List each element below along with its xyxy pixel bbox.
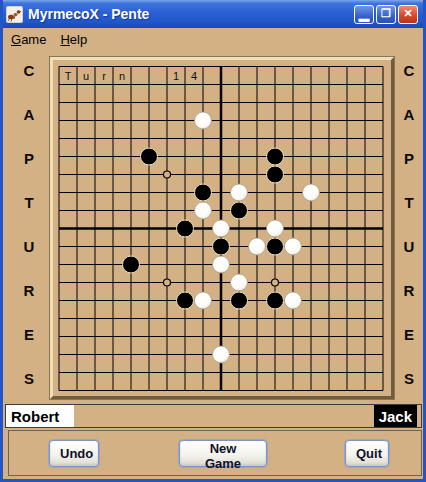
stone-white[interactable] [213,256,230,273]
quit-button[interactable]: Quit [345,440,389,467]
button-panel: Undo New Game Quit [8,430,422,476]
stone-white[interactable] [195,202,212,219]
capture-letter: C [21,62,37,79]
stone-white[interactable] [195,112,212,129]
stone-black[interactable] [195,184,212,201]
capture-letter: S [21,370,37,387]
stone-white[interactable] [231,184,248,201]
title-bar[interactable]: MyrmecoX - Pente ▬ ❐ ✕ [0,0,426,28]
capture-letter: A [21,106,37,123]
new-game-button[interactable]: New Game [179,440,267,467]
capture-letter: T [401,194,417,211]
close-button[interactable]: ✕ [398,5,418,24]
turn-label-char: r [102,70,106,82]
stone-black[interactable] [267,238,284,255]
stone-white[interactable] [303,184,320,201]
menu-item-game[interactable]: Game [5,30,52,49]
stone-white[interactable] [267,220,284,237]
stone-white[interactable] [285,292,302,309]
stone-white[interactable] [231,274,248,291]
capture-letter: U [21,238,37,255]
capture-letter: R [21,282,37,299]
minimize-button[interactable]: ▬ [354,5,374,24]
capture-letter: A [401,106,417,123]
stone-black[interactable] [141,148,158,165]
stone-black[interactable] [213,238,230,255]
stone-black[interactable] [123,256,140,273]
stone-black[interactable] [267,166,284,183]
capture-letter: S [401,370,417,387]
stone-black[interactable] [267,148,284,165]
star-point-marker [164,279,171,286]
window-title: MyrmecoX - Pente [28,6,354,22]
stone-white[interactable] [213,346,230,363]
capture-letter: T [21,194,37,211]
player-name-row: Robert Jack [5,404,422,428]
menu-item-help[interactable]: Help [54,30,93,49]
capture-letter: E [401,326,417,343]
stone-black[interactable] [177,292,194,309]
app-icon [6,6,23,23]
stone-black[interactable] [231,292,248,309]
stone-black[interactable] [177,220,194,237]
turn-label-char: n [119,70,125,82]
menu-bar: GameHelp [3,28,423,50]
turn-label-char: T [65,70,72,82]
capture-letter: P [401,150,417,167]
capture-letter: E [21,326,37,343]
star-point-marker [164,171,171,178]
star-point-marker [272,279,279,286]
stone-black[interactable] [267,292,284,309]
undo-button[interactable]: Undo [49,440,99,467]
stone-white[interactable] [285,238,302,255]
capture-letter: R [401,282,417,299]
board-grid-svg[interactable]: Turn14 [53,60,391,396]
black-player-plate: Jack [374,405,417,427]
capture-letter: C [401,62,417,79]
application-window: MyrmecoX - Pente ▬ ❐ ✕ GameHelp Turn14 C… [0,0,426,482]
stone-black[interactable] [231,202,248,219]
stone-white[interactable] [195,292,212,309]
capture-letter: P [21,150,37,167]
pente-board[interactable]: Turn14 [50,57,394,399]
turn-number-char: 4 [191,70,197,82]
maximize-button[interactable]: ❐ [376,5,396,24]
capture-letter: U [401,238,417,255]
turn-number-char: 1 [173,70,179,82]
white-player-plate: Robert [6,405,74,427]
stone-white[interactable] [249,238,266,255]
turn-label-char: u [83,70,89,82]
stone-white[interactable] [213,220,230,237]
